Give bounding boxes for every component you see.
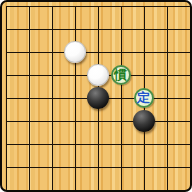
grid-line-horizontal: [6, 144, 191, 145]
grid-line-horizontal: [6, 167, 191, 168]
grid-line-horizontal: [6, 121, 191, 122]
stone-black-g4: [133, 110, 155, 132]
move-choice-marker-guan-f6[interactable]: 慣: [111, 65, 131, 85]
move-choice-marker-ding-g5[interactable]: 定: [134, 88, 154, 108]
grid-line-vertical: [167, 6, 168, 191]
go-board-frame: 慣定: [0, 0, 192, 192]
grid-line-vertical: [121, 6, 122, 191]
stone-black-e5: [87, 87, 109, 109]
grid-line-horizontal: [6, 190, 191, 191]
go-board[interactable]: 慣定: [2, 2, 192, 192]
stone-white-e6: [87, 64, 109, 86]
grid-line-vertical: [190, 6, 191, 191]
stone-white-d7: [64, 41, 86, 63]
